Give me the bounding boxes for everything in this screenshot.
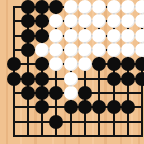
black-stone[interactable] [35, 57, 49, 71]
white-stone[interactable] [135, 0, 144, 14]
black-stone[interactable] [35, 0, 49, 14]
white-stone[interactable] [35, 43, 49, 57]
go-app-window [0, 0, 144, 144]
black-stone[interactable] [107, 72, 121, 86]
white-stone[interactable] [92, 0, 106, 14]
black-stone[interactable] [121, 72, 135, 86]
white-stone[interactable] [49, 14, 63, 28]
white-stone[interactable] [92, 43, 106, 57]
black-stone[interactable] [49, 0, 63, 14]
black-stone[interactable] [121, 57, 135, 71]
white-stone[interactable] [107, 14, 121, 28]
black-stone[interactable] [92, 100, 106, 114]
white-stone[interactable] [107, 43, 121, 57]
white-stone[interactable] [78, 57, 92, 71]
board-grid-horizontal-line [13, 121, 144, 123]
white-stone[interactable] [121, 0, 135, 14]
white-stone[interactable] [121, 43, 135, 57]
white-stone[interactable] [78, 43, 92, 57]
black-stone[interactable] [35, 14, 49, 28]
black-stone[interactable] [35, 72, 49, 86]
white-stone[interactable] [107, 29, 121, 43]
black-stone[interactable] [21, 72, 35, 86]
black-stone[interactable] [107, 100, 121, 114]
black-stone[interactable] [21, 43, 35, 57]
white-stone[interactable] [92, 29, 106, 43]
white-stone[interactable] [107, 0, 121, 14]
white-stone[interactable] [64, 14, 78, 28]
white-stone[interactable] [49, 29, 63, 43]
black-stone[interactable] [21, 14, 35, 28]
white-stone[interactable] [78, 29, 92, 43]
white-stone[interactable] [64, 43, 78, 57]
white-stone[interactable] [64, 57, 78, 71]
white-stone[interactable] [49, 43, 63, 57]
white-stone[interactable] [64, 86, 78, 100]
white-stone[interactable] [121, 14, 135, 28]
white-stone[interactable] [78, 14, 92, 28]
black-stone[interactable] [35, 100, 49, 114]
black-stone[interactable] [121, 100, 135, 114]
black-stone[interactable] [135, 57, 144, 71]
black-stone[interactable] [35, 29, 49, 43]
white-stone[interactable] [135, 43, 144, 57]
wood-grain-stripe [6, 0, 8, 144]
black-stone[interactable] [64, 100, 78, 114]
black-stone[interactable] [78, 100, 92, 114]
black-stone[interactable] [92, 57, 106, 71]
white-stone[interactable] [135, 29, 144, 43]
white-stone[interactable] [64, 0, 78, 14]
black-stone[interactable] [49, 86, 63, 100]
white-stone[interactable] [64, 29, 78, 43]
black-stone[interactable] [135, 72, 144, 86]
black-stone[interactable] [21, 86, 35, 100]
board-grid-horizontal-line [13, 135, 144, 137]
white-stone[interactable] [92, 14, 106, 28]
black-stone[interactable] [7, 72, 21, 86]
black-stone[interactable] [21, 29, 35, 43]
white-stone[interactable] [64, 72, 78, 86]
black-stone[interactable] [35, 86, 49, 100]
white-stone[interactable] [121, 29, 135, 43]
black-stone[interactable] [7, 57, 21, 71]
white-stone[interactable] [78, 0, 92, 14]
black-stone[interactable] [107, 57, 121, 71]
black-stone[interactable] [21, 0, 35, 14]
white-stone[interactable] [135, 14, 144, 28]
black-stone[interactable] [49, 115, 63, 129]
go-board[interactable] [0, 0, 144, 144]
black-stone[interactable] [78, 86, 92, 100]
white-stone[interactable] [49, 57, 63, 71]
